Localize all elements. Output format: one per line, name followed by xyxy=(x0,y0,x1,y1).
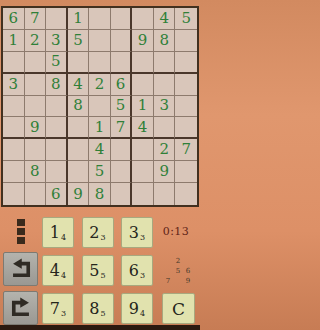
cell-r7c6[interactable] xyxy=(111,139,133,161)
cell-r8c2[interactable]: 8 xyxy=(25,161,47,183)
cell-r2c9[interactable] xyxy=(175,30,197,52)
cell-r1c6[interactable] xyxy=(111,8,133,30)
cell-r5c5[interactable] xyxy=(89,96,111,118)
undo-button[interactable] xyxy=(3,252,38,286)
digit-label: 1 xyxy=(50,223,60,242)
number-keypad: 142333445563738594 xyxy=(42,217,153,324)
cell-r1c7[interactable] xyxy=(132,8,154,30)
cell-r7c9[interactable]: 7 xyxy=(175,139,197,161)
cell-r5c8[interactable]: 3 xyxy=(154,96,176,118)
cell-r4c3[interactable]: 8 xyxy=(46,74,68,96)
cell-r1c3[interactable] xyxy=(46,8,68,30)
sudoku-board: 6714512359853842685139174427859698 xyxy=(1,6,199,207)
cell-r4c1[interactable]: 3 xyxy=(3,74,25,96)
menu-icon[interactable] xyxy=(17,219,25,246)
cell-r8c8[interactable]: 9 xyxy=(154,161,176,183)
digit-8-button[interactable]: 85 xyxy=(82,293,114,324)
digit-1-button[interactable]: 14 xyxy=(42,217,74,248)
cell-r3c9[interactable] xyxy=(175,52,197,74)
digit-label: 3 xyxy=(129,223,139,242)
cell-r2c4[interactable]: 5 xyxy=(68,30,90,52)
cell-r9c6[interactable] xyxy=(111,183,133,205)
cell-r1c8[interactable]: 4 xyxy=(154,8,176,30)
digit-7-button[interactable]: 73 xyxy=(42,293,74,324)
cell-r9c7[interactable] xyxy=(132,183,154,205)
cell-r3c7[interactable] xyxy=(132,52,154,74)
digit-label: 9 xyxy=(129,299,139,318)
digit-count: 4 xyxy=(140,309,145,318)
pencil-marks-icon: 25679 xyxy=(163,256,193,286)
digit-count: 4 xyxy=(61,271,66,280)
digit-count: 3 xyxy=(140,271,145,280)
cell-r7c7[interactable] xyxy=(132,139,154,161)
cell-r5c3[interactable] xyxy=(46,96,68,118)
digit-count: 4 xyxy=(61,233,66,242)
cell-r2c5[interactable] xyxy=(89,30,111,52)
notes-toggle-button[interactable]: 25679 xyxy=(161,254,195,287)
note-digit: 9 xyxy=(183,276,193,286)
undo-arrow-icon xyxy=(8,255,34,284)
cell-r4c7[interactable] xyxy=(132,74,154,96)
cell-r3c2[interactable] xyxy=(25,52,47,74)
digit-label: 5 xyxy=(89,261,99,280)
cell-r1c9[interactable]: 5 xyxy=(175,8,197,30)
digit-count: 3 xyxy=(101,233,106,242)
cell-r1c1[interactable]: 6 xyxy=(3,8,25,30)
clear-button[interactable]: C xyxy=(162,293,195,324)
cell-r3c1[interactable] xyxy=(3,52,25,74)
cell-r6c5[interactable]: 1 xyxy=(89,117,111,139)
cell-r8c5[interactable]: 5 xyxy=(89,161,111,183)
cell-r9c2[interactable] xyxy=(25,183,47,205)
cell-r4c5[interactable]: 2 xyxy=(89,74,111,96)
cell-r8c6[interactable] xyxy=(111,161,133,183)
cell-r9c9[interactable] xyxy=(175,183,197,205)
cell-r5c9[interactable] xyxy=(175,96,197,118)
note-digit: 2 xyxy=(173,256,183,266)
menu-dot xyxy=(17,237,25,244)
digit-6-button[interactable]: 63 xyxy=(121,255,153,286)
cell-r5c1[interactable] xyxy=(3,96,25,118)
digit-3-button[interactable]: 33 xyxy=(121,217,153,248)
cell-r7c2[interactable] xyxy=(25,139,47,161)
cell-r2c1[interactable]: 1 xyxy=(3,30,25,52)
note-digit xyxy=(163,266,173,276)
cell-r5c6[interactable]: 5 xyxy=(111,96,133,118)
cell-r4c9[interactable] xyxy=(175,74,197,96)
menu-dot xyxy=(17,228,25,235)
cell-r8c9[interactable] xyxy=(175,161,197,183)
cell-r2c7[interactable]: 9 xyxy=(132,30,154,52)
cell-r6c2[interactable]: 9 xyxy=(25,117,47,139)
note-digit: 6 xyxy=(183,266,193,276)
cell-r9c5[interactable]: 8 xyxy=(89,183,111,205)
cell-r6c8[interactable] xyxy=(154,117,176,139)
note-digit: 7 xyxy=(163,276,173,286)
cell-r7c4[interactable] xyxy=(68,139,90,161)
digit-5-button[interactable]: 55 xyxy=(82,255,114,286)
cell-r4c4[interactable]: 4 xyxy=(68,74,90,96)
cell-r6c6[interactable]: 7 xyxy=(111,117,133,139)
digit-label: 2 xyxy=(89,223,99,242)
cell-r3c4[interactable] xyxy=(68,52,90,74)
cell-r3c8[interactable] xyxy=(154,52,176,74)
digit-label: 7 xyxy=(50,299,60,318)
cell-r8c3[interactable] xyxy=(46,161,68,183)
digit-count: 5 xyxy=(101,271,106,280)
cell-r2c6[interactable] xyxy=(111,30,133,52)
cell-r9c1[interactable] xyxy=(3,183,25,205)
cell-r2c3[interactable]: 3 xyxy=(46,30,68,52)
cell-r3c5[interactable] xyxy=(89,52,111,74)
cell-r8c1[interactable] xyxy=(3,161,25,183)
cell-r8c4[interactable] xyxy=(68,161,90,183)
cell-r2c8[interactable]: 8 xyxy=(154,30,176,52)
cell-r4c8[interactable] xyxy=(154,74,176,96)
note-digit xyxy=(183,256,193,266)
timer: 0:13 xyxy=(156,225,196,238)
note-digit: 5 xyxy=(173,266,183,276)
cell-r6c3[interactable] xyxy=(46,117,68,139)
cell-r2c2[interactable]: 2 xyxy=(25,30,47,52)
cell-r6c7[interactable]: 4 xyxy=(132,117,154,139)
cell-r5c4[interactable]: 8 xyxy=(68,96,90,118)
redo-arrow-icon xyxy=(8,294,34,323)
digit-2-button[interactable]: 23 xyxy=(82,217,114,248)
note-digit xyxy=(163,256,173,266)
cell-r6c9[interactable] xyxy=(175,117,197,139)
cell-r7c3[interactable] xyxy=(46,139,68,161)
cell-r1c4[interactable]: 1 xyxy=(68,8,90,30)
menu-dot xyxy=(17,219,25,226)
note-digit xyxy=(173,276,183,286)
cell-r4c6[interactable]: 6 xyxy=(111,74,133,96)
digit-label: 8 xyxy=(89,299,99,318)
cell-r9c4[interactable]: 9 xyxy=(68,183,90,205)
bottom-bar xyxy=(0,325,200,330)
redo-button[interactable] xyxy=(3,291,38,325)
cell-r9c8[interactable] xyxy=(154,183,176,205)
cell-r6c1[interactable] xyxy=(3,117,25,139)
digit-count: 5 xyxy=(101,309,106,318)
digit-4-button[interactable]: 44 xyxy=(42,255,74,286)
cell-r3c6[interactable] xyxy=(111,52,133,74)
cell-r9c3[interactable]: 6 xyxy=(46,183,68,205)
digit-label: 4 xyxy=(50,261,60,280)
digit-count: 3 xyxy=(61,309,66,318)
cell-r7c8[interactable]: 2 xyxy=(154,139,176,161)
cell-r1c2[interactable]: 7 xyxy=(25,8,47,30)
cell-r4c2[interactable] xyxy=(25,74,47,96)
cell-r5c7[interactable]: 1 xyxy=(132,96,154,118)
digit-count: 3 xyxy=(140,233,145,242)
cell-r1c5[interactable] xyxy=(89,8,111,30)
digit-label: 6 xyxy=(129,261,139,280)
cell-r7c1[interactable] xyxy=(3,139,25,161)
cell-r3c3[interactable]: 5 xyxy=(46,52,68,74)
digit-9-button[interactable]: 94 xyxy=(121,293,153,324)
cell-r5c2[interactable] xyxy=(25,96,47,118)
cell-r6c4[interactable] xyxy=(68,117,90,139)
cell-r7c5[interactable]: 4 xyxy=(89,139,111,161)
cell-r8c7[interactable] xyxy=(132,161,154,183)
